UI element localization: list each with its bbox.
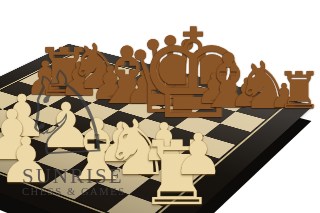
chess-board	[0, 44, 313, 213]
chess-set-product-photo: ♟♜♟♞♟♝♟♛♟♚♟♝♟♞♟♜♟♟♟♟♝♟♞♟♜♟ ♘ SUNRISE CHE…	[0, 0, 320, 213]
